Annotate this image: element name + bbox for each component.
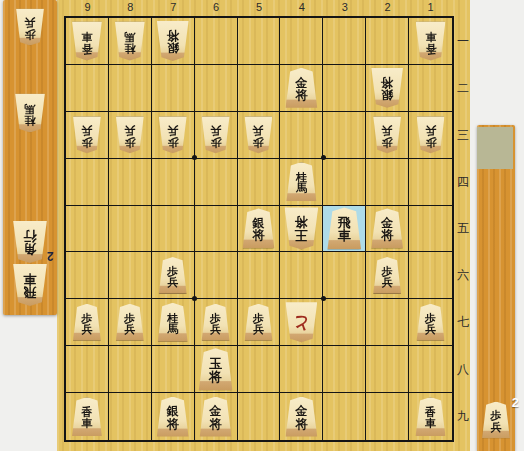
piece-kanji: 歩兵	[373, 257, 402, 294]
piece-sente-銀将[interactable]: 銀将	[156, 397, 189, 437]
rank-label-6: 六	[455, 252, 471, 299]
board-wood: 987654321 香車桂馬銀将香車金将銀将歩兵歩兵歩兵歩兵歩兵歩兵歩兵桂馬銀将…	[57, 0, 470, 451]
file-label-4: 4	[280, 0, 323, 15]
square-4六[interactable]	[280, 252, 323, 299]
square-8六[interactable]	[109, 252, 152, 299]
piece-gote-銀将[interactable]: 銀将	[156, 21, 189, 61]
square-7六[interactable]: 歩兵	[152, 252, 195, 299]
hand-count: 2	[512, 395, 519, 410]
sente-hand-stand: 歩兵2	[477, 125, 515, 451]
piece-kanji: 香車	[415, 21, 446, 60]
file-label-1: 1	[409, 0, 452, 15]
piece-sente-金将[interactable]: 金将	[285, 397, 318, 437]
piece-sente-金将[interactable]: 金将	[199, 397, 232, 437]
piece-kanji: 桂馬	[286, 162, 317, 201]
square-2九[interactable]	[366, 393, 409, 440]
piece-gote-歩兵[interactable]: 歩兵	[201, 116, 230, 153]
piece-kanji: 香車	[71, 21, 102, 60]
square-5四[interactable]	[238, 159, 281, 206]
square-8二[interactable]	[109, 65, 152, 112]
square-2二[interactable]: 銀将	[366, 65, 409, 112]
piece-kanji: 王将	[284, 207, 319, 249]
piece-gote-角行[interactable]: 角行	[13, 221, 48, 263]
piece-kanji: 桂馬	[157, 303, 188, 342]
piece-kanji: 香車	[415, 397, 446, 436]
piece-kanji: 歩兵	[373, 116, 402, 153]
square-3五[interactable]: 飛車	[323, 206, 366, 253]
square-1六[interactable]	[409, 252, 452, 299]
piece-kanji: 歩兵	[201, 304, 230, 341]
piece-gote-歩兵[interactable]: 歩兵	[244, 116, 273, 153]
piece-kanji: と	[285, 302, 318, 342]
square-1九[interactable]: 香車	[409, 393, 452, 440]
piece-kanji: 玉将	[198, 348, 233, 390]
square-3七[interactable]	[323, 299, 366, 346]
rank-label-3: 三	[455, 112, 471, 159]
piece-gote-桂馬[interactable]: 桂馬	[114, 21, 145, 60]
square-2六[interactable]: 歩兵	[366, 252, 409, 299]
square-1八[interactable]	[409, 346, 452, 393]
file-label-9: 9	[66, 0, 109, 15]
piece-kanji: 金将	[285, 397, 318, 437]
file-label-7: 7	[152, 0, 195, 15]
piece-kanji: 金将	[285, 68, 318, 108]
piece-gote-と[interactable]: と	[285, 302, 318, 342]
rank-label-2: 二	[455, 65, 471, 112]
square-8七[interactable]: 歩兵	[109, 299, 152, 346]
square-5七[interactable]: 歩兵	[238, 299, 281, 346]
piece-kanji: 銀将	[242, 208, 275, 248]
square-1四[interactable]	[409, 159, 452, 206]
file-label-5: 5	[238, 0, 281, 15]
square-7三[interactable]: 歩兵	[152, 112, 195, 159]
piece-kanji: 香車	[71, 397, 102, 436]
square-3八[interactable]	[323, 346, 366, 393]
square-3一[interactable]	[323, 18, 366, 65]
square-5一[interactable]	[238, 18, 281, 65]
piece-kanji: 歩兵	[416, 116, 445, 153]
square-2五[interactable]: 金将	[366, 206, 409, 253]
piece-sente-金将[interactable]: 金将	[285, 68, 318, 108]
piece-kanji: 銀将	[156, 397, 189, 437]
piece-sente-桂馬[interactable]: 桂馬	[286, 162, 317, 201]
square-3六[interactable]	[323, 252, 366, 299]
piece-sente-歩兵[interactable]: 歩兵	[115, 304, 144, 341]
piece-gote-歩兵[interactable]: 歩兵	[373, 116, 402, 153]
square-9一[interactable]: 香車	[66, 18, 109, 65]
square-1五[interactable]	[409, 206, 452, 253]
piece-sente-銀将[interactable]: 銀将	[242, 208, 275, 248]
hand-gote-歩兵[interactable]: 歩兵	[13, 8, 47, 46]
rank-label-9: 九	[455, 393, 471, 440]
piece-sente-歩兵[interactable]: 歩兵	[72, 304, 101, 341]
square-8一[interactable]: 桂馬	[109, 18, 152, 65]
square-3九[interactable]	[323, 393, 366, 440]
piece-kanji: 歩兵	[244, 116, 273, 153]
file-label-8: 8	[109, 0, 152, 15]
piece-kanji: 金将	[199, 397, 232, 437]
rank-label-1: 一	[455, 18, 471, 65]
square-9九[interactable]: 香車	[66, 393, 109, 440]
piece-gote-歩兵[interactable]: 歩兵	[158, 116, 187, 153]
piece-kanji: 角行	[13, 221, 48, 263]
rank-label-8: 八	[455, 346, 471, 393]
piece-kanji: 歩兵	[16, 9, 45, 46]
square-9四[interactable]	[66, 159, 109, 206]
square-4九[interactable]: 金将	[280, 393, 323, 440]
square-5二[interactable]	[238, 65, 281, 112]
square-1三[interactable]: 歩兵	[409, 112, 452, 159]
rank-label-7: 七	[455, 299, 471, 346]
piece-gote-歩兵[interactable]: 歩兵	[16, 9, 45, 46]
square-3三[interactable]	[323, 112, 366, 159]
piece-kanji: 歩兵	[201, 116, 230, 153]
piece-gote-歩兵[interactable]: 歩兵	[72, 116, 101, 153]
square-3四[interactable]	[323, 159, 366, 206]
piece-kanji: 桂馬	[15, 94, 46, 133]
square-1七[interactable]: 歩兵	[409, 299, 452, 346]
star-point	[192, 296, 197, 301]
square-7八[interactable]	[152, 346, 195, 393]
square-8三[interactable]: 歩兵	[109, 112, 152, 159]
piece-sente-歩兵[interactable]: 歩兵	[373, 257, 402, 294]
square-5九[interactable]	[238, 393, 281, 440]
square-2一[interactable]	[366, 18, 409, 65]
piece-kanji: 歩兵	[244, 304, 273, 341]
square-6四[interactable]	[195, 159, 238, 206]
square-8九[interactable]	[109, 393, 152, 440]
square-6二[interactable]	[195, 65, 238, 112]
rank-label-4: 四	[455, 159, 471, 206]
piece-sente-歩兵[interactable]: 歩兵	[158, 257, 187, 294]
file-label-2: 2	[366, 0, 409, 15]
piece-gote-王将[interactable]: 王将	[284, 207, 319, 249]
piece-gote-香車[interactable]: 香車	[71, 21, 102, 60]
piece-kanji: 歩兵	[158, 257, 187, 294]
square-4二[interactable]: 金将	[280, 65, 323, 112]
square-8五[interactable]	[109, 206, 152, 253]
rank-label-5: 五	[455, 206, 471, 253]
hand-count: 2	[47, 249, 54, 263]
square-1二[interactable]	[409, 65, 452, 112]
square-2三[interactable]: 歩兵	[366, 112, 409, 159]
piece-sente-歩兵[interactable]: 歩兵	[482, 402, 511, 439]
square-6五[interactable]	[195, 206, 238, 253]
piece-sente-歩兵[interactable]: 歩兵	[416, 304, 445, 341]
square-9三[interactable]: 歩兵	[66, 112, 109, 159]
piece-sente-香車[interactable]: 香車	[71, 397, 102, 436]
piece-kanji: 飛車	[13, 264, 48, 306]
square-4七[interactable]: と	[280, 299, 323, 346]
square-8八[interactable]	[109, 346, 152, 393]
piece-sente-金将[interactable]: 金将	[371, 208, 404, 248]
piece-kanji: 歩兵	[72, 116, 101, 153]
square-4三[interactable]	[280, 112, 323, 159]
piece-gote-歩兵[interactable]: 歩兵	[115, 116, 144, 153]
piece-sente-歩兵[interactable]: 歩兵	[244, 304, 273, 341]
piece-kanji: 歩兵	[416, 304, 445, 341]
hand-sente-歩兵[interactable]: 歩兵2	[479, 401, 513, 439]
file-label-6: 6	[195, 0, 238, 15]
square-2四[interactable]	[366, 159, 409, 206]
square-7七[interactable]: 桂馬	[152, 299, 195, 346]
hand-gote-飛車[interactable]: 飛車	[13, 266, 47, 304]
piece-gote-銀将[interactable]: 銀将	[371, 68, 404, 108]
square-4五[interactable]: 王将	[280, 206, 323, 253]
square-9五[interactable]	[66, 206, 109, 253]
piece-sente-桂馬[interactable]: 桂馬	[157, 303, 188, 342]
piece-sente-飛車[interactable]: 飛車	[327, 207, 362, 249]
piece-gote-飛車[interactable]: 飛車	[13, 264, 48, 306]
piece-kanji: 歩兵	[72, 304, 101, 341]
square-2七[interactable]	[366, 299, 409, 346]
square-7五[interactable]	[152, 206, 195, 253]
piece-kanji: 銀将	[371, 68, 404, 108]
piece-kanji: 歩兵	[115, 116, 144, 153]
square-9七[interactable]: 歩兵	[66, 299, 109, 346]
square-2八[interactable]	[366, 346, 409, 393]
square-8四[interactable]	[109, 159, 152, 206]
star-point	[321, 296, 326, 301]
square-6九[interactable]: 金将	[195, 393, 238, 440]
square-5八[interactable]	[238, 346, 281, 393]
piece-kanji: 歩兵	[158, 116, 187, 153]
piece-kanji: 歩兵	[482, 402, 511, 439]
shogi-app: 987654321 香車桂馬銀将香車金将銀将歩兵歩兵歩兵歩兵歩兵歩兵歩兵桂馬銀将…	[0, 0, 524, 451]
square-5三[interactable]: 歩兵	[238, 112, 281, 159]
gote-hand-stand: 歩兵桂馬角行2飛車	[3, 0, 57, 315]
piece-kanji: 飛車	[327, 207, 362, 249]
square-7二[interactable]	[152, 65, 195, 112]
square-6一[interactable]	[195, 18, 238, 65]
square-6七[interactable]: 歩兵	[195, 299, 238, 346]
square-6八[interactable]: 玉将	[195, 346, 238, 393]
piece-kanji: 桂馬	[114, 21, 145, 60]
hand-slot-highlight[interactable]	[477, 127, 513, 169]
square-4八[interactable]	[280, 346, 323, 393]
square-5五[interactable]: 銀将	[238, 206, 281, 253]
square-7九[interactable]: 銀将	[152, 393, 195, 440]
square-9八[interactable]	[66, 346, 109, 393]
square-6三[interactable]: 歩兵	[195, 112, 238, 159]
square-7一[interactable]: 銀将	[152, 18, 195, 65]
file-label-3: 3	[323, 0, 366, 15]
piece-gote-香車[interactable]: 香車	[415, 21, 446, 60]
square-4四[interactable]: 桂馬	[280, 159, 323, 206]
square-7四[interactable]	[152, 159, 195, 206]
board-grid: 香車桂馬銀将香車金将銀将歩兵歩兵歩兵歩兵歩兵歩兵歩兵桂馬銀将王将飛車金将歩兵歩兵…	[64, 16, 454, 442]
square-9二[interactable]	[66, 65, 109, 112]
star-point	[321, 155, 326, 160]
piece-gote-歩兵[interactable]: 歩兵	[416, 116, 445, 153]
square-9六[interactable]	[66, 252, 109, 299]
square-1一[interactable]: 香車	[409, 18, 452, 65]
square-5六[interactable]	[238, 252, 281, 299]
piece-kanji: 銀将	[156, 21, 189, 61]
piece-gote-桂馬[interactable]: 桂馬	[15, 94, 46, 133]
hand-gote-桂馬[interactable]: 桂馬	[13, 94, 47, 132]
piece-sente-歩兵[interactable]: 歩兵	[201, 304, 230, 341]
hand-gote-角行[interactable]: 角行2	[13, 223, 47, 261]
square-4一[interactable]	[280, 18, 323, 65]
square-3二[interactable]	[323, 65, 366, 112]
piece-kanji: 金将	[371, 208, 404, 248]
piece-sente-玉将[interactable]: 玉将	[198, 348, 233, 390]
square-6六[interactable]	[195, 252, 238, 299]
piece-kanji: 歩兵	[115, 304, 144, 341]
piece-sente-香車[interactable]: 香車	[415, 397, 446, 436]
